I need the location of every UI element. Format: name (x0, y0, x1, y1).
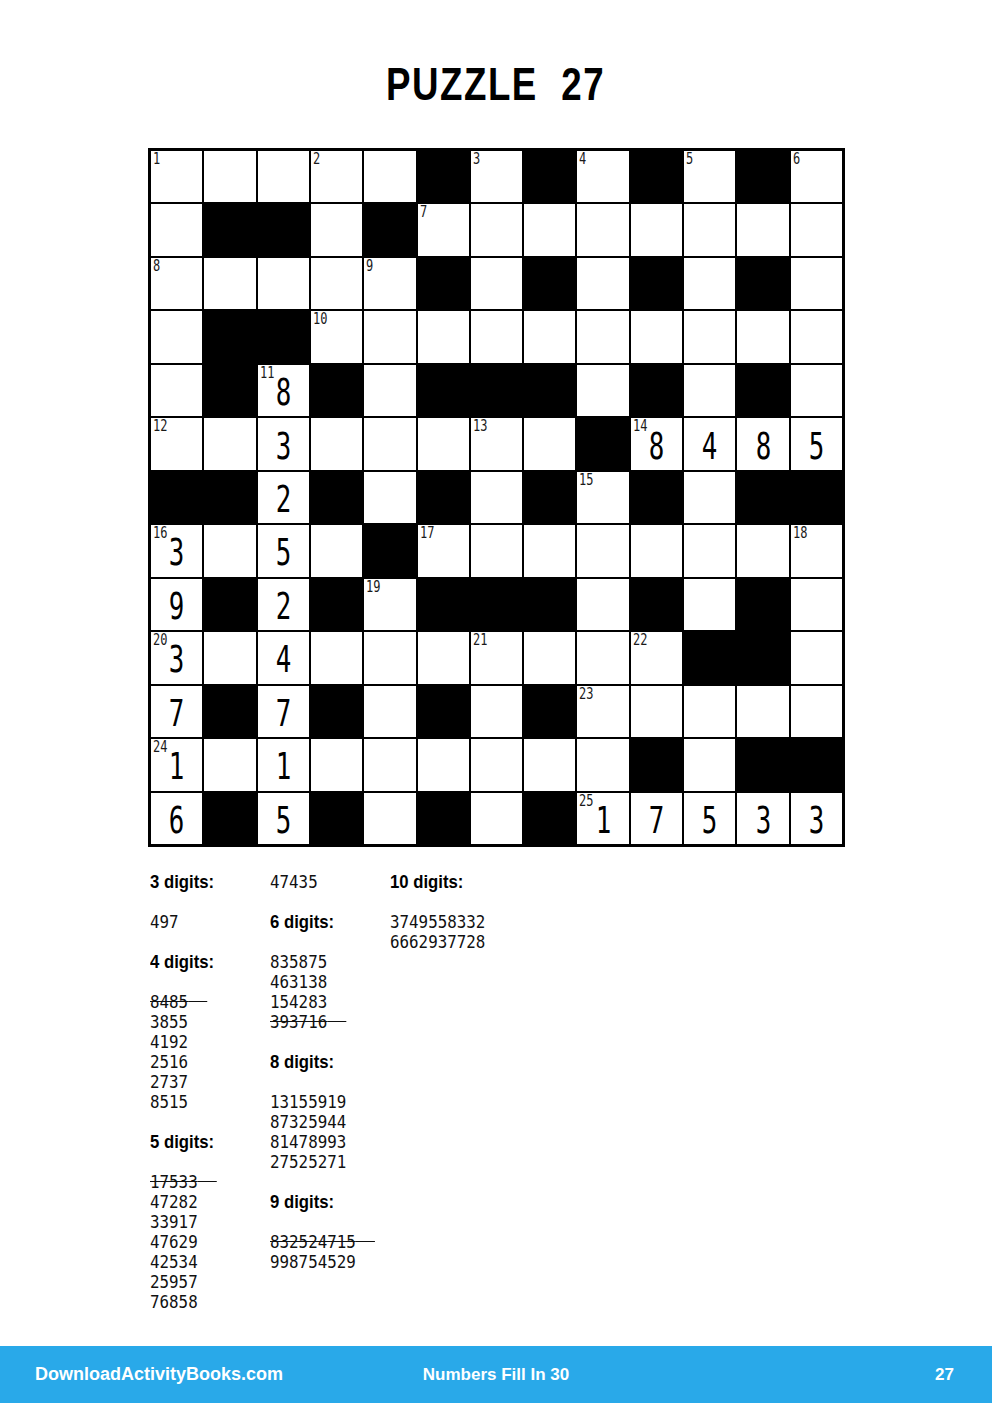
grid-cell-r10c3[interactable]: 4 (257, 631, 310, 684)
grid-cell-r3c10 (630, 257, 683, 310)
list-entry-struck: 17533 (150, 1172, 217, 1192)
grid-cell-r2c13[interactable] (790, 203, 843, 256)
grid-cell-r10c7[interactable]: 21 (470, 631, 523, 684)
filled-digit: 2 (275, 480, 291, 518)
grid-cell-r10c12 (736, 631, 789, 684)
grid-cell-r10c8[interactable] (523, 631, 576, 684)
grid-cell-r5c7 (470, 364, 523, 417)
grid-cell-r1c5[interactable] (363, 150, 416, 203)
grid-cell-r10c10[interactable]: 22 (630, 631, 683, 684)
list-entry: 3749558332 (390, 912, 485, 932)
grid-cell-r4c3 (257, 310, 310, 363)
grid-cell-r10c4[interactable] (310, 631, 363, 684)
grid-cell-r10c13[interactable] (790, 631, 843, 684)
grid-cell-r1c10 (630, 150, 683, 203)
grid-cell-r8c7[interactable] (470, 524, 523, 577)
grid-cell-r13c2 (203, 792, 256, 845)
grid-cell-r8c6[interactable]: 17 (417, 524, 470, 577)
clue-number: 8 (153, 258, 160, 275)
grid-cell-r2c12[interactable] (736, 203, 789, 256)
grid-cell-r12c11[interactable] (683, 738, 736, 791)
list-entry: 76858 (150, 1292, 217, 1312)
grid-cell-r9c10 (630, 578, 683, 631)
grid-cell-r7c1 (150, 471, 203, 524)
grid-cell-r11c4 (310, 685, 363, 738)
grid-cell-r12c13 (790, 738, 843, 791)
grid-cell-r1c2[interactable] (203, 150, 256, 203)
grid-cell-r9c4 (310, 578, 363, 631)
grid-cell-r2c3 (257, 203, 310, 256)
grid-cell-r6c1[interactable]: 12 (150, 417, 203, 470)
clue-number: 12 (153, 418, 167, 435)
grid-cell-r1c12 (736, 150, 789, 203)
grid-cell-r7c5[interactable] (363, 471, 416, 524)
grid-cell-r8c2[interactable] (203, 524, 256, 577)
grid-cell-r11c5[interactable] (363, 685, 416, 738)
list-entry: 6662937728 (390, 932, 485, 952)
grid-cell-r11c3[interactable]: 7 (257, 685, 310, 738)
clue-number: 24 (153, 739, 167, 756)
grid-cell-r4c12[interactable] (736, 310, 789, 363)
grid-cell-r4c11[interactable] (683, 310, 736, 363)
clue-number: 13 (473, 418, 487, 435)
grid-cell-r10c1[interactable]: 203 (150, 631, 203, 684)
grid-cell-r9c13[interactable] (790, 578, 843, 631)
grid-cell-r2c4[interactable] (310, 203, 363, 256)
grid-cell-r3c8 (523, 257, 576, 310)
grid-cell-r8c1[interactable]: 163 (150, 524, 203, 577)
filled-digit: 5 (702, 801, 718, 839)
grid-cell-r9c11[interactable] (683, 578, 736, 631)
grid-cell-r2c8[interactable] (523, 203, 576, 256)
grid-cell-r9c6 (417, 578, 470, 631)
grid-cell-r5c2 (203, 364, 256, 417)
footer-page-number: 27 (935, 1365, 954, 1385)
grid-cell-r2c10[interactable] (630, 203, 683, 256)
grid-cell-r12c9[interactable] (576, 738, 629, 791)
filled-digit: 8 (275, 373, 291, 411)
grid-cell-r9c1[interactable]: 9 (150, 578, 203, 631)
clue-number: 18 (793, 525, 807, 542)
grid-cell-r4c6[interactable] (417, 310, 470, 363)
clue-number: 17 (420, 525, 434, 542)
grid-cell-r5c5[interactable] (363, 364, 416, 417)
grid-cell-r12c5[interactable] (363, 738, 416, 791)
filled-digit: 7 (169, 694, 185, 732)
list-entry: 42534 (150, 1252, 217, 1272)
grid-cell-r2c9[interactable] (576, 203, 629, 256)
grid-cell-r13c9[interactable]: 251 (576, 792, 629, 845)
list-entry: 835875 (270, 952, 375, 972)
grid-cell-r9c9[interactable] (576, 578, 629, 631)
clue-number: 16 (153, 525, 167, 542)
grid-cell-r7c3[interactable]: 2 (257, 471, 310, 524)
grid-cell-r10c11 (683, 631, 736, 684)
list-entry: 2516 (150, 1052, 217, 1072)
list-entry: 25957 (150, 1272, 217, 1292)
clue-number: 9 (366, 258, 373, 275)
grid-cell-r6c6[interactable] (417, 417, 470, 470)
filled-digit: 4 (275, 640, 291, 678)
list-entry-struck: 832524715 (270, 1232, 375, 1252)
grid-cell-r6c7[interactable]: 13 (470, 417, 523, 470)
clue-number: 23 (579, 686, 593, 703)
grid-cell-r4c1[interactable] (150, 310, 203, 363)
footer-bar: DownloadActivityBooks.com Numbers Fill I… (0, 1346, 992, 1403)
grid-cell-r8c11[interactable] (683, 524, 736, 577)
grid-cell-r5c9[interactable] (576, 364, 629, 417)
grid-cell-r2c5 (363, 203, 416, 256)
grid-cell-r5c11[interactable] (683, 364, 736, 417)
filled-digit: 3 (169, 640, 185, 678)
clue-number: 1 (153, 151, 160, 168)
list-entry: 497 (150, 912, 217, 932)
grid-cell-r5c12 (736, 364, 789, 417)
filled-digit: 5 (275, 533, 291, 571)
grid-cell-r13c6 (417, 792, 470, 845)
list-entry-struck: 8485 (150, 992, 217, 1012)
grid-cell-r13c7[interactable] (470, 792, 523, 845)
grid-cell-r6c5[interactable] (363, 417, 416, 470)
list-entry: 87325944 (270, 1112, 375, 1132)
filled-digit: 3 (169, 533, 185, 571)
grid-cell-r8c12[interactable] (736, 524, 789, 577)
grid-cell-r3c12 (736, 257, 789, 310)
filled-digit: 4 (702, 427, 718, 465)
grid-cell-r11c7[interactable] (470, 685, 523, 738)
grid-cell-r7c8 (523, 471, 576, 524)
puzzle-grid: 1234567891011812313148485215163517189219… (148, 148, 845, 847)
grid-cell-r1c13[interactable]: 6 (790, 150, 843, 203)
list-header: 3 digits: (150, 872, 217, 892)
grid-cell-r1c1[interactable]: 1 (150, 150, 203, 203)
grid-cell-r13c10[interactable]: 7 (630, 792, 683, 845)
grid-cell-r8c3[interactable]: 5 (257, 524, 310, 577)
filled-digit: 3 (809, 801, 825, 839)
grid-cell-r4c8[interactable] (523, 310, 576, 363)
grid-cell-r1c3[interactable] (257, 150, 310, 203)
footer-book-title: Numbers Fill In 30 (0, 1365, 992, 1385)
filled-digit: 1 (275, 747, 291, 785)
grid-cell-r3c2[interactable] (203, 257, 256, 310)
grid-cell-r1c9[interactable]: 4 (576, 150, 629, 203)
grid-cell-r4c13[interactable] (790, 310, 843, 363)
grid-cell-r13c3[interactable]: 5 (257, 792, 310, 845)
grid-cell-r12c4[interactable] (310, 738, 363, 791)
list-header: 8 digits: (270, 1052, 375, 1072)
page-title: PUZZLE 27 (0, 56, 992, 111)
grid-cell-r3c7[interactable] (470, 257, 523, 310)
list-entry: 33917 (150, 1212, 217, 1232)
grid-cell-r12c12 (736, 738, 789, 791)
grid-cell-r4c4[interactable]: 10 (310, 310, 363, 363)
grid-cell-r10c5[interactable] (363, 631, 416, 684)
list-entry: 47435 (270, 872, 375, 892)
grid-cell-r9c12 (736, 578, 789, 631)
list-entry: 13155919 (270, 1092, 375, 1112)
grid-cell-r7c12 (736, 471, 789, 524)
clue-number: 11 (260, 365, 274, 382)
grid-cell-r1c4[interactable]: 2 (310, 150, 363, 203)
grid-cell-r5c3[interactable]: 118 (257, 364, 310, 417)
list-entry: 3855 (150, 1012, 217, 1032)
grid-cell-r10c9[interactable] (576, 631, 629, 684)
grid-cell-r3c3[interactable] (257, 257, 310, 310)
grid-cell-r12c6[interactable] (417, 738, 470, 791)
list-entry: 81478993 (270, 1132, 375, 1152)
grid-cell-r12c7[interactable] (470, 738, 523, 791)
grid-cell-r13c13[interactable]: 3 (790, 792, 843, 845)
grid-cell-r7c10 (630, 471, 683, 524)
grid-cell-r8c8[interactable] (523, 524, 576, 577)
clue-number: 10 (313, 311, 327, 328)
grid-cell-r11c2 (203, 685, 256, 738)
grid-cell-r7c6 (417, 471, 470, 524)
grid-cell-r6c10[interactable]: 148 (630, 417, 683, 470)
grid-cell-r9c3[interactable]: 2 (257, 578, 310, 631)
grid-cell-r9c8 (523, 578, 576, 631)
grid-cell-r11c11[interactable] (683, 685, 736, 738)
list-header: 10 digits: (390, 872, 485, 892)
grid-cell-r8c9[interactable] (576, 524, 629, 577)
grid-cell-r2c1[interactable] (150, 203, 203, 256)
grid-cell-r6c13[interactable]: 5 (790, 417, 843, 470)
list-entry: 4192 (150, 1032, 217, 1052)
grid-cell-r6c4[interactable] (310, 417, 363, 470)
filled-digit: 3 (275, 427, 291, 465)
filled-digit: 3 (755, 801, 771, 839)
grid-cell-r2c11[interactable] (683, 203, 736, 256)
grid-cell-r5c6 (417, 364, 470, 417)
grid-cell-r1c6 (417, 150, 470, 203)
grid-cell-r6c2[interactable] (203, 417, 256, 470)
clue-number: 22 (633, 632, 647, 649)
grid-cell-r13c1[interactable]: 6 (150, 792, 203, 845)
grid-cell-r7c11[interactable] (683, 471, 736, 524)
grid-cell-r5c13[interactable] (790, 364, 843, 417)
grid-cell-r13c5[interactable] (363, 792, 416, 845)
grid-cell-r8c13[interactable]: 18 (790, 524, 843, 577)
grid-cell-r9c7 (470, 578, 523, 631)
grid-cell-r11c10[interactable] (630, 685, 683, 738)
grid-cell-r13c4 (310, 792, 363, 845)
grid-cell-r7c4 (310, 471, 363, 524)
grid-cell-r2c6[interactable]: 7 (417, 203, 470, 256)
grid-cell-r6c3[interactable]: 3 (257, 417, 310, 470)
list-entry: 47282 (150, 1192, 217, 1212)
grid-cell-r3c5[interactable]: 9 (363, 257, 416, 310)
list-entry: 27525271 (270, 1152, 375, 1172)
grid-cell-r6c12[interactable]: 8 (736, 417, 789, 470)
clue-number: 20 (153, 632, 167, 649)
grid-cell-r5c8 (523, 364, 576, 417)
clue-number: 21 (473, 632, 487, 649)
grid-cell-r11c13[interactable] (790, 685, 843, 738)
filled-digit: 6 (169, 801, 185, 839)
grid-cell-r13c12[interactable]: 3 (736, 792, 789, 845)
grid-cell-r3c9[interactable] (576, 257, 629, 310)
grid-cell-r6c9 (576, 417, 629, 470)
grid-cell-r7c7[interactable] (470, 471, 523, 524)
grid-cell-r3c1[interactable]: 8 (150, 257, 203, 310)
grid-cell-r4c9[interactable] (576, 310, 629, 363)
grid-cell-r8c10[interactable] (630, 524, 683, 577)
filled-digit: 9 (169, 587, 185, 625)
filled-digit: 5 (809, 427, 825, 465)
page-title-text: PUZZLE 27 (386, 56, 605, 111)
list-header: 5 digits: (150, 1132, 217, 1152)
clue-number: 19 (366, 579, 380, 596)
grid-cell-r4c5[interactable] (363, 310, 416, 363)
grid-cell-r7c2 (203, 471, 256, 524)
grid-cell-r4c2 (203, 310, 256, 363)
grid-cell-r11c6 (417, 685, 470, 738)
list-header: 9 digits: (270, 1192, 375, 1212)
list-column-3: 10 digits:37495583326662937728 (390, 872, 498, 952)
filled-digit: 7 (275, 694, 291, 732)
grid-cell-r3c13[interactable] (790, 257, 843, 310)
grid-cell-r1c8 (523, 150, 576, 203)
grid-cell-r11c1[interactable]: 7 (150, 685, 203, 738)
list-entry: 47629 (150, 1232, 217, 1252)
grid-cell-r12c8[interactable] (523, 738, 576, 791)
list-column-1: 3 digits:4974 digits:8485385541922516273… (150, 872, 226, 1312)
filled-digit: 8 (755, 427, 771, 465)
list-entry: 8515 (150, 1092, 217, 1112)
filled-digit: 7 (649, 801, 665, 839)
list-column-2: 474356 digits:8358754631381542833937168 … (270, 872, 389, 1272)
grid-cell-r3c11[interactable] (683, 257, 736, 310)
list-entry: 154283 (270, 992, 375, 1012)
list-entry: 2737 (150, 1072, 217, 1092)
clue-number: 5 (686, 151, 693, 168)
filled-digit: 1 (595, 801, 611, 839)
grid-cell-r9c5[interactable]: 19 (363, 578, 416, 631)
filled-digit: 8 (649, 427, 665, 465)
grid-cell-r4c10[interactable] (630, 310, 683, 363)
grid-cell-r1c11[interactable]: 5 (683, 150, 736, 203)
clue-number: 3 (473, 151, 480, 168)
grid-cell-r7c9[interactable]: 15 (576, 471, 629, 524)
list-entry-struck: 393716 (270, 1012, 375, 1032)
grid-cell-r6c11[interactable]: 4 (683, 417, 736, 470)
clue-number: 6 (793, 151, 800, 168)
clue-number: 15 (579, 472, 593, 489)
grid-cell-r2c7[interactable] (470, 203, 523, 256)
list-header: 6 digits: (270, 912, 375, 932)
list-entry: 998754529 (270, 1252, 375, 1272)
grid-cell-r3c4[interactable] (310, 257, 363, 310)
grid-cell-r13c8 (523, 792, 576, 845)
grid-cell-r12c3[interactable]: 1 (257, 738, 310, 791)
grid-cell-r5c4 (310, 364, 363, 417)
grid-cell-r12c2[interactable] (203, 738, 256, 791)
grid-cell-r9c2 (203, 578, 256, 631)
grid-cell-r11c12[interactable] (736, 685, 789, 738)
grid-cell-r11c8 (523, 685, 576, 738)
clue-number: 14 (633, 418, 647, 435)
puzzle-page: PUZZLE 27 123456789101181231314848521516… (0, 0, 992, 1403)
grid-cell-r5c1[interactable] (150, 364, 203, 417)
filled-digit: 5 (275, 801, 291, 839)
grid-cell-r4c7[interactable] (470, 310, 523, 363)
grid-cell-r10c2[interactable] (203, 631, 256, 684)
clue-number: 25 (579, 793, 593, 810)
grid-cell-r11c9[interactable]: 23 (576, 685, 629, 738)
clue-number: 4 (579, 151, 586, 168)
grid-cell-r8c4[interactable] (310, 524, 363, 577)
clue-number: 7 (420, 204, 427, 221)
grid-cell-r1c7[interactable]: 3 (470, 150, 523, 203)
grid-cell-r3c6 (417, 257, 470, 310)
filled-digit: 1 (169, 747, 185, 785)
grid-cell-r13c11[interactable]: 5 (683, 792, 736, 845)
grid-cell-r10c6[interactable] (417, 631, 470, 684)
grid-cell-r12c1[interactable]: 241 (150, 738, 203, 791)
list-entry: 463138 (270, 972, 375, 992)
filled-digit: 2 (275, 587, 291, 625)
grid-cell-r8c5 (363, 524, 416, 577)
grid-cell-r12c10 (630, 738, 683, 791)
grid-cell-r6c8[interactable] (523, 417, 576, 470)
clue-number: 2 (313, 151, 320, 168)
grid-cell-r7c13 (790, 471, 843, 524)
grid-cell-r5c10 (630, 364, 683, 417)
list-header: 4 digits: (150, 952, 217, 972)
grid-cell-r2c2 (203, 203, 256, 256)
